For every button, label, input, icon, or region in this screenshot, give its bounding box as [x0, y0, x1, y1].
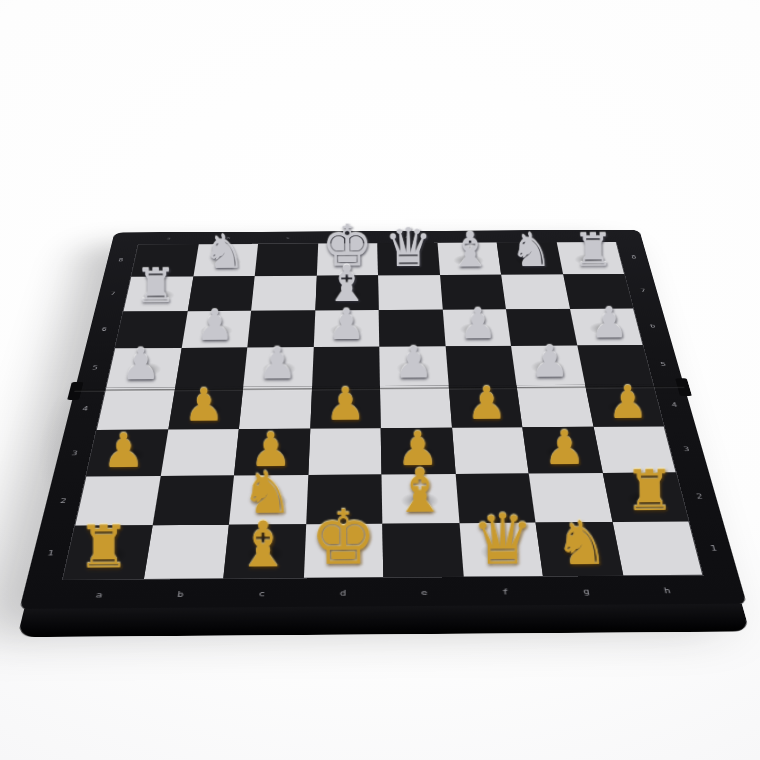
rank-label: 7 — [100, 277, 125, 312]
file-label: d — [302, 585, 384, 601]
square-e8: ♛ — [377, 243, 439, 276]
photo-scene: abcdefgh 87654321 87654321 abcdefgh ♞♚♛♝… — [0, 0, 760, 760]
board-frame: abcdefgh 87654321 87654321 abcdefgh ♞♚♛♝… — [19, 230, 747, 611]
file-label: b — [139, 587, 222, 603]
rank-label: 8 — [109, 244, 133, 276]
piece-silver-pawn: ♟ — [121, 343, 160, 385]
piece-silver-pawn: ♟ — [459, 304, 497, 344]
square-a5: ♟ — [106, 348, 181, 388]
file-label: a — [138, 234, 199, 242]
rank-label: 3 — [671, 427, 702, 473]
rank-label: 5 — [649, 345, 677, 385]
piece-silver-pawn: ♟ — [530, 341, 570, 383]
piece-gold-king: ♚ — [310, 503, 377, 574]
square-e1 — [382, 523, 463, 577]
square-f6: ♟ — [442, 309, 511, 346]
square-h4: ♟ — [585, 384, 664, 427]
piece-silver-pawn: ♟ — [590, 303, 628, 343]
file-label: e — [383, 585, 465, 601]
piece-gold-pawn: ♟ — [466, 382, 507, 425]
square-e7 — [378, 275, 442, 310]
square-d4: ♟ — [310, 386, 381, 429]
piece-silver-bishop: ♝ — [448, 227, 492, 273]
chess-board: abcdefgh 87654321 87654321 abcdefgh ♞♚♛♝… — [19, 230, 747, 611]
square-g1: ♞ — [536, 522, 623, 576]
square-b1 — [143, 525, 229, 579]
square-b8: ♞ — [193, 244, 258, 277]
square-g3: ♟ — [522, 427, 602, 473]
square-g5: ♟ — [511, 345, 585, 385]
piece-gold-knight: ♞ — [555, 515, 610, 573]
square-h6: ♟ — [570, 308, 643, 345]
rank-label: 8 — [622, 241, 647, 273]
piece-silver-pawn: ♟ — [258, 343, 297, 385]
piece-gold-pawn: ♟ — [103, 428, 145, 473]
square-f3 — [452, 427, 529, 473]
rank-label: 5 — [81, 348, 108, 388]
square-e2: ♝ — [381, 474, 458, 524]
square-c5: ♟ — [243, 347, 313, 387]
rank-label: 3 — [59, 430, 89, 476]
square-h1 — [612, 521, 702, 575]
piece-silver-knight: ♞ — [510, 228, 552, 272]
square-a1: ♜ — [63, 525, 152, 579]
square-g7 — [501, 274, 569, 309]
piece-gold-pawn: ♟ — [325, 383, 366, 426]
piece-gold-rook: ♜ — [78, 520, 130, 576]
piece-gold-queen: ♛ — [471, 506, 534, 573]
square-d1: ♚ — [303, 524, 383, 578]
square-f1: ♛ — [459, 522, 543, 576]
square-c1: ♝ — [223, 524, 305, 578]
piece-gold-bishop: ♝ — [235, 515, 292, 575]
file-labels-bottom: abcdefgh — [57, 583, 710, 603]
rank-label: 7 — [630, 274, 656, 308]
piece-silver-pawn: ♟ — [327, 304, 365, 344]
file-label: f — [464, 584, 547, 600]
rank-label: 1 — [34, 526, 68, 580]
file-label: a — [57, 587, 141, 603]
square-a7: ♜ — [123, 277, 193, 312]
square-c7 — [251, 276, 316, 311]
piece-gold-pawn: ♟ — [607, 381, 648, 424]
square-h8: ♜ — [556, 242, 624, 274]
piece-gold-pawn: ♟ — [183, 384, 224, 427]
piece-silver-pawn: ♟ — [394, 342, 434, 384]
file-label: c — [258, 234, 318, 242]
square-e5: ♟ — [379, 346, 448, 386]
rank-label: 2 — [683, 472, 716, 522]
square-a3: ♟ — [86, 430, 167, 476]
square-f8: ♝ — [437, 243, 501, 275]
square-d3 — [308, 428, 382, 474]
square-c8 — [255, 244, 318, 277]
piece-silver-queen: ♛ — [384, 222, 433, 273]
square-b2 — [152, 475, 234, 525]
file-label: g — [545, 584, 629, 600]
rank-label: 4 — [660, 384, 690, 427]
piece-gold-pawn: ♟ — [543, 425, 586, 470]
piece-gold-rook: ♜ — [624, 465, 675, 518]
board-squares: ♞♚♛♝♞♜♜♝♟♟♟♟♟♟♟♟♟♟♟♟♟♟♟♟♞♝♜♜♝♚♛♞ — [62, 242, 704, 581]
piece-silver-rook: ♜ — [135, 265, 177, 309]
rank-label: 6 — [639, 308, 666, 345]
square-d6: ♟ — [313, 310, 379, 347]
square-b3 — [160, 429, 239, 475]
piece-gold-bishop: ♝ — [393, 463, 447, 521]
file-label: c — [220, 586, 302, 602]
square-b6: ♟ — [181, 311, 251, 348]
piece-silver-knight: ♞ — [203, 230, 245, 274]
file-label: h — [625, 583, 709, 599]
square-h2: ♜ — [602, 472, 688, 522]
rank-label: 4 — [71, 388, 100, 431]
rank-label: 6 — [91, 311, 117, 348]
square-f4: ♟ — [448, 385, 522, 428]
piece-silver-pawn: ♟ — [196, 305, 234, 345]
square-g8: ♞ — [497, 242, 563, 274]
rank-label: 2 — [47, 476, 79, 526]
square-b4: ♟ — [168, 387, 243, 430]
piece-silver-rook: ♜ — [572, 230, 613, 273]
